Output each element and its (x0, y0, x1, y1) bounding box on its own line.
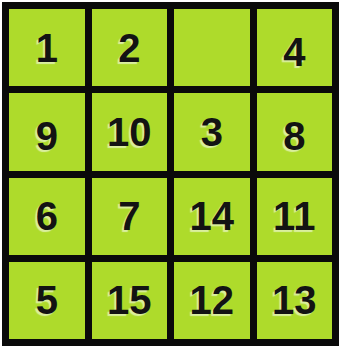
tile-2[interactable]: 2 (92, 9, 168, 86)
tile-7[interactable]: 7 (92, 178, 168, 255)
tile-9[interactable]: 9 (9, 93, 85, 170)
tile-14[interactable]: 14 (174, 178, 250, 255)
tile-4[interactable]: 4 (257, 9, 333, 86)
tile-5[interactable]: 5 (9, 262, 85, 339)
empty-slot (174, 9, 250, 86)
tile-8[interactable]: 8 (257, 93, 333, 170)
tile-10[interactable]: 10 (92, 93, 168, 170)
tile-12[interactable]: 12 (174, 262, 250, 339)
tile-15[interactable]: 15 (92, 262, 168, 339)
tile-1[interactable]: 1 (9, 9, 85, 86)
tile-11[interactable]: 11 (257, 178, 333, 255)
tile-6[interactable]: 6 (9, 178, 85, 255)
tile-3[interactable]: 3 (174, 93, 250, 170)
fifteen-puzzle-board: 124910386714115151213 (2, 2, 339, 346)
tile-13[interactable]: 13 (257, 262, 333, 339)
